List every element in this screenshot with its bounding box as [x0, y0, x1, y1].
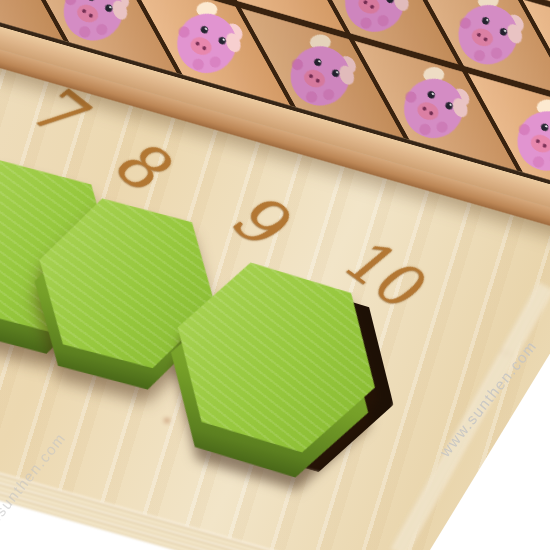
photo-scene: 7 8 9 10 [0, 0, 550, 550]
pig-face-icon [0, 0, 35, 25]
